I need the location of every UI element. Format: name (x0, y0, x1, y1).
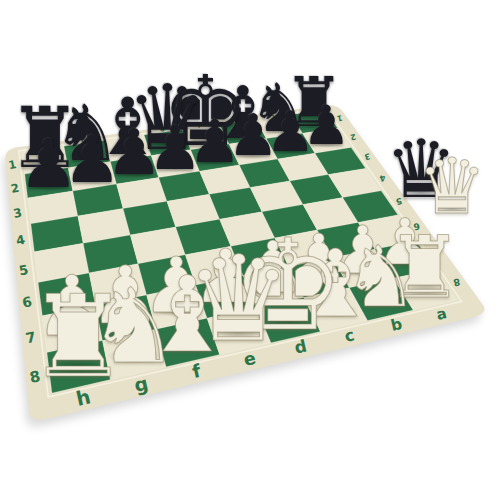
chess-set-product-photo: h11hg22gf33fe44ed55dc66cb77ba88a ♜♞♝♚♟♛♟… (0, 0, 500, 500)
black-pawn-h2: ♟ (18, 131, 78, 198)
white-rook-h8: ♜ (27, 279, 129, 393)
pieces-layer: ♜♞♝♚♟♛♟♝♟♞♟♜♟♟♟♟♛♛♟♟♟♟♜♟♞♟♝♟♚♟♛♝♞♜ (0, 0, 500, 500)
